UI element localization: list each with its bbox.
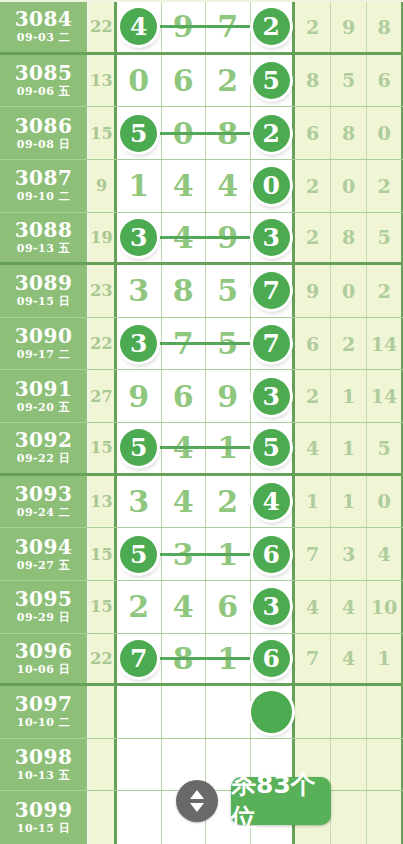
digit-cell: 4 [206,160,251,212]
digit-cells: 4972 [117,2,295,52]
digit-cell: 3 [251,213,296,263]
digit-cells: 3857 [117,265,295,317]
draw-date: 09-27 五 [17,558,71,573]
digit-cells: 5082 [117,107,295,159]
circled-digit: 3 [253,588,290,625]
draw-label: 309009-17 二 [0,318,89,370]
digit-cell: 2 [206,476,251,528]
stat-cell: 4 [367,528,403,580]
digit-cell: 5 [206,265,251,317]
sum-cell: 23 [89,265,117,317]
sum-cell: 13 [89,55,117,107]
sum-cell: 19 [89,213,117,263]
digit-cell [117,739,162,791]
circled-digit: 3 [253,378,290,415]
draw-number: 3098 [15,746,73,768]
digit-cell: 6 [251,528,296,580]
draw-date: 09-29 日 [17,610,71,625]
draw-row: 309009-17 二2237576214 [0,318,403,371]
circled-digit: 3 [253,219,290,256]
sum-cell: 15 [89,528,117,580]
stat-cell: 9 [295,265,331,317]
sum-cell: 15 [89,423,117,473]
digit-cell: 6 [251,634,296,684]
sum-cell: 9 [89,160,117,212]
stat-cell [295,686,331,738]
circled-digit: 6 [253,640,290,677]
stat-cell: 1 [295,476,331,528]
draw-number: 3092 [15,429,73,451]
stat-cell: 4 [331,581,367,633]
digit-cell: 2 [206,55,251,107]
draw-label: 309610-06 日 [0,634,89,684]
draw-date: 09-08 日 [17,137,71,152]
stat-cell: 8 [331,107,367,159]
digit-cells: 3757 [117,318,295,370]
draw-date: 09-24 二 [17,505,71,520]
stat-cell: 9 [331,2,367,52]
digit-cells: 3493 [117,213,295,263]
draw-date: 09-20 五 [17,400,71,415]
draw-number: 3084 [15,8,73,30]
circled-digit: 0 [253,167,290,204]
digit-cell: 5 [251,423,296,473]
circled-digit: 7 [253,272,290,309]
stat-cell: 2 [367,160,403,212]
draw-row: 308909-15 日233857902 [0,265,403,318]
digit-cell [117,686,162,738]
draw-number: 3089 [15,272,73,294]
draw-label: 309209-22 日 [0,423,89,473]
circled-digit: 5 [120,429,157,466]
draw-number: 3096 [15,640,73,662]
digit-cells: 7816 [117,634,295,684]
draw-row: 308609-08 日155082680 [0,107,403,160]
draw-date: 10-15 日 [17,821,71,836]
digit-cells [117,686,295,738]
draw-label: 309409-27 五 [0,528,89,580]
draw-label: 308709-10 二 [0,160,89,212]
draw-row: 309409-27 五155316734 [0,528,403,581]
stat-cell [331,739,367,791]
sum-cell [89,791,117,844]
digit-cell: 4 [162,581,207,633]
stat-cell: 6 [295,318,331,370]
stat-cell: 1 [367,634,403,684]
stat-cell [331,686,367,738]
digit-cells: 0625 [117,55,295,107]
stat-cell: 2 [367,265,403,317]
digit-cell: 2 [117,581,162,633]
digit-cell: 2 [251,2,296,52]
stat-cell: 14 [367,318,403,370]
digit-cell: 0 [251,160,296,212]
stat-cell: 0 [367,107,403,159]
digit-cell [162,686,207,738]
digit-cell: 7 [251,265,296,317]
arrow-down-icon [190,803,204,812]
stat-cell: 6 [367,55,403,107]
digit-cell: 8 [162,265,207,317]
draw-number: 3093 [15,483,73,505]
digit-cells: 9693 [117,370,295,422]
digit-cell: 3 [117,265,162,317]
digit-cell: 6 [162,370,207,422]
digit-cells: 5316 [117,528,295,580]
draw-number: 3097 [15,693,73,715]
stat-cell: 2 [295,213,331,263]
draw-date: 09-17 二 [17,347,71,362]
digit-cells: 3424 [117,476,295,528]
draw-label: 308509-06 五 [0,55,89,107]
digit-cell: 9 [206,370,251,422]
digit-cell: 7 [251,318,296,370]
circled-digit: 2 [253,8,290,45]
digit-cell: 5 [251,55,296,107]
draw-label: 308609-08 日 [0,107,89,159]
draw-number: 3094 [15,536,73,558]
circled-digit: 3 [120,219,157,256]
stat-cell: 2 [331,318,367,370]
stat-cell: 3 [331,528,367,580]
circled-digit: 3 [120,325,157,362]
trend-chart-board: 308409-03 二224972298308509-06 五130625856… [0,0,403,844]
stat-cell: 5 [367,213,403,263]
circled-digit: 6 [253,536,290,573]
draw-number: 3088 [15,219,73,241]
stat-cell: 4 [295,423,331,473]
draw-number: 3099 [15,799,73,821]
stat-cell: 5 [367,423,403,473]
digit-cell: 1 [117,160,162,212]
draw-row: 309109-20 五2796932114 [0,370,403,423]
draw-row: 309509-29 日1524634410 [0,581,403,634]
stat-cell: 1 [331,370,367,422]
stat-cell: 2 [295,160,331,212]
digit-cell: 3 [251,581,296,633]
draw-date: 09-03 二 [17,30,71,45]
stat-cell: 2 [295,2,331,52]
digit-cell: 5 [117,423,162,473]
sum-cell: 15 [89,581,117,633]
draw-label: 308809-13 五 [0,213,89,263]
draw-date: 09-22 日 [17,451,71,466]
digit-cell [206,686,251,738]
sum-cell: 22 [89,634,117,684]
digit-cell: 5 [117,528,162,580]
digit-cells: 2463 [117,581,295,633]
stat-cell [367,686,403,738]
stat-cell: 5 [331,55,367,107]
stat-cell: 6 [295,107,331,159]
stat-cell: 0 [367,476,403,528]
circled-digit: 7 [253,325,290,362]
draw-row: 309209-22 日155415415 [0,423,403,476]
stat-cell: 10 [367,581,403,633]
draw-date: 10-06 日 [17,662,71,677]
digit-cell: 4 [251,476,296,528]
draw-label: 308909-15 日 [0,265,89,317]
draw-row: 308709-10 二91440202 [0,160,403,213]
draw-row: 308809-13 五193493285 [0,213,403,266]
stat-cell: 1 [331,476,367,528]
draw-date: 09-10 二 [17,189,71,204]
stat-cell: 7 [295,528,331,580]
draw-label: 309309-24 二 [0,476,89,528]
circled-digit: 4 [120,8,157,45]
stat-cell: 7 [295,634,331,684]
stat-cell: 1 [331,423,367,473]
draw-date: 09-15 日 [17,294,71,309]
pending-marker-circle [251,691,293,733]
circled-digit: 2 [253,115,290,152]
arrow-up-icon [190,790,204,799]
draw-date: 09-13 五 [17,241,71,256]
sum-cell: 13 [89,476,117,528]
digit-cell [251,686,296,738]
draw-label: 309810-13 五 [0,739,89,791]
digit-cell: 3 [117,213,162,263]
draw-number: 3085 [15,62,73,84]
stat-cell: 4 [331,634,367,684]
draw-date: 09-06 五 [17,84,71,99]
digit-cell: 4 [162,476,207,528]
draw-label: 309109-20 五 [0,370,89,422]
circled-digit: 5 [120,115,157,152]
stat-cell: 0 [331,160,367,212]
draw-label: 309509-29 日 [0,581,89,633]
stat-cell [367,791,403,844]
circled-digit: 4 [253,483,290,520]
digit-cell: 6 [162,55,207,107]
kill-83-units-button[interactable]: 杀83个位 [231,777,331,825]
sum-cell: 15 [89,107,117,159]
draw-number: 3091 [15,378,73,400]
digit-cell: 0 [117,55,162,107]
stat-cell [331,791,367,844]
circled-digit: 5 [253,62,290,99]
circled-digit: 5 [120,536,157,573]
draw-number: 3090 [15,325,73,347]
digit-cell [117,791,162,844]
digit-cell: 3 [117,318,162,370]
draw-row: 308409-03 二224972298 [0,2,403,55]
digit-cells: 5415 [117,423,295,473]
stat-cell: 2 [295,370,331,422]
stat-cell: 8 [295,55,331,107]
draw-label: 309710-10 二 [0,686,89,738]
draw-number: 3087 [15,167,73,189]
digit-cell: 6 [206,581,251,633]
sum-cell [89,739,117,791]
draw-row: 308509-06 五130625856 [0,55,403,108]
draw-date: 10-10 二 [17,715,71,730]
digit-cell: 2 [251,107,296,159]
digit-cell: 4 [117,2,162,52]
stat-cell: 8 [331,213,367,263]
draw-label: 308409-03 二 [0,2,89,52]
draw-label: 309910-15 日 [0,791,89,844]
draw-number: 3095 [15,588,73,610]
stat-cell: 0 [331,265,367,317]
digit-cells: 1440 [117,160,295,212]
circled-digit: 7 [120,640,157,677]
draw-number: 3086 [15,115,73,137]
digit-cell: 7 [117,634,162,684]
draw-row: 309710-10 二 [0,686,403,739]
circled-digit: 5 [253,429,290,466]
sort-toggle-button[interactable] [176,780,218,822]
stat-cell: 4 [295,581,331,633]
digit-cell: 4 [162,160,207,212]
digit-cell: 5 [117,107,162,159]
draw-date: 10-13 五 [17,768,71,783]
draw-row: 309610-06 日227816741 [0,634,403,687]
stat-cell: 8 [367,2,403,52]
sum-cell: 22 [89,318,117,370]
digit-cell: 3 [117,476,162,528]
digit-cell: 3 [251,370,296,422]
stat-cell: 14 [367,370,403,422]
trend-table: 308409-03 二224972298308509-06 五130625856… [0,2,403,844]
draw-row: 309309-24 二133424110 [0,476,403,529]
stat-cell [367,739,403,791]
digit-cell: 9 [117,370,162,422]
sum-cell: 27 [89,370,117,422]
sum-cell [89,686,117,738]
sum-cell: 22 [89,2,117,52]
